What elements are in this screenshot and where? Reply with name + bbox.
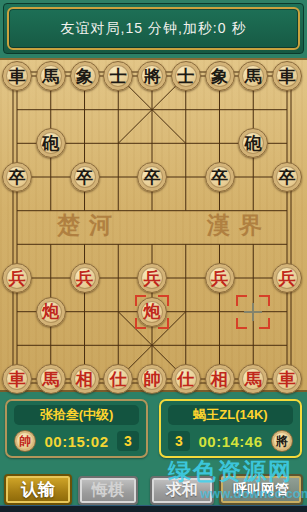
piece-馬[interactable]: 馬 <box>36 61 66 91</box>
black-player-clock: 00:14:46 <box>194 433 267 450</box>
piece-兵[interactable]: 兵 <box>272 263 302 293</box>
red-player-name: 张拾叁(中级) <box>14 405 139 425</box>
piece-相[interactable]: 相 <box>205 364 235 394</box>
game-info-text: 友谊对局,15 分钟,加秒:0 秒 <box>4 20 303 38</box>
piece-卒[interactable]: 卒 <box>272 162 302 192</box>
piece-車[interactable]: 車 <box>272 364 302 394</box>
player-panel-red: 张拾叁(中级) 帥 00:15:02 3 <box>5 399 148 458</box>
title-bar: 友谊对局,15 分钟,加秒:0 秒 <box>3 3 304 54</box>
piece-兵[interactable]: 兵 <box>70 263 100 293</box>
piece-車[interactable]: 車 <box>2 61 32 91</box>
offer-draw-button[interactable]: 求和 <box>150 476 214 505</box>
piece-象[interactable]: 象 <box>70 61 100 91</box>
bottom-bar <box>0 505 307 512</box>
undo-move-button[interactable]: 悔棋 <box>78 476 138 505</box>
piece-仕[interactable]: 仕 <box>171 364 201 394</box>
piece-將[interactable]: 將 <box>137 61 167 91</box>
river-right-label: 漢界 <box>194 210 284 241</box>
crosshair-icon <box>244 303 262 321</box>
black-player-count: 3 <box>168 431 190 451</box>
river-left-label: 楚河 <box>44 210 134 241</box>
piece-卒[interactable]: 卒 <box>70 162 100 192</box>
piece-炮[interactable]: 炮 <box>137 297 167 327</box>
piece-帥[interactable]: 帥 <box>137 364 167 394</box>
piece-象[interactable]: 象 <box>205 61 235 91</box>
piece-卒[interactable]: 卒 <box>2 162 32 192</box>
piece-士[interactable]: 士 <box>171 61 201 91</box>
player-panel-black: 蝎王ZL(14K) 3 00:14:46 將 <box>159 399 302 458</box>
red-king-icon: 帥 <box>14 430 36 452</box>
piece-砲[interactable]: 砲 <box>36 128 66 158</box>
piece-馬[interactable]: 馬 <box>36 364 66 394</box>
piece-卒[interactable]: 卒 <box>137 162 167 192</box>
piece-炮[interactable]: 炮 <box>36 297 66 327</box>
board[interactable]: 楚河 漢界 車馬象士將士象馬車砲砲卒卒卒卒卒兵兵兵兵兵炮炮車馬相仕帥仕相馬車 <box>0 58 307 392</box>
piece-車[interactable]: 車 <box>272 61 302 91</box>
piece-車[interactable]: 車 <box>2 364 32 394</box>
red-player-count: 3 <box>117 431 139 451</box>
red-player-clock: 00:15:02 <box>40 433 113 450</box>
move-from-marker <box>236 295 270 329</box>
call-admin-button[interactable]: 呼叫网管 <box>219 474 303 505</box>
resign-button[interactable]: 认输 <box>4 474 72 505</box>
black-player-name: 蝎王ZL(14K) <box>168 405 293 425</box>
piece-兵[interactable]: 兵 <box>2 263 32 293</box>
xiangqi-app: 友谊对局,15 分钟,加秒:0 秒 楚河 漢界 <box>0 0 307 512</box>
piece-相[interactable]: 相 <box>70 364 100 394</box>
black-general-icon: 將 <box>271 430 293 452</box>
piece-卒[interactable]: 卒 <box>205 162 235 192</box>
piece-兵[interactable]: 兵 <box>205 263 235 293</box>
piece-兵[interactable]: 兵 <box>137 263 167 293</box>
